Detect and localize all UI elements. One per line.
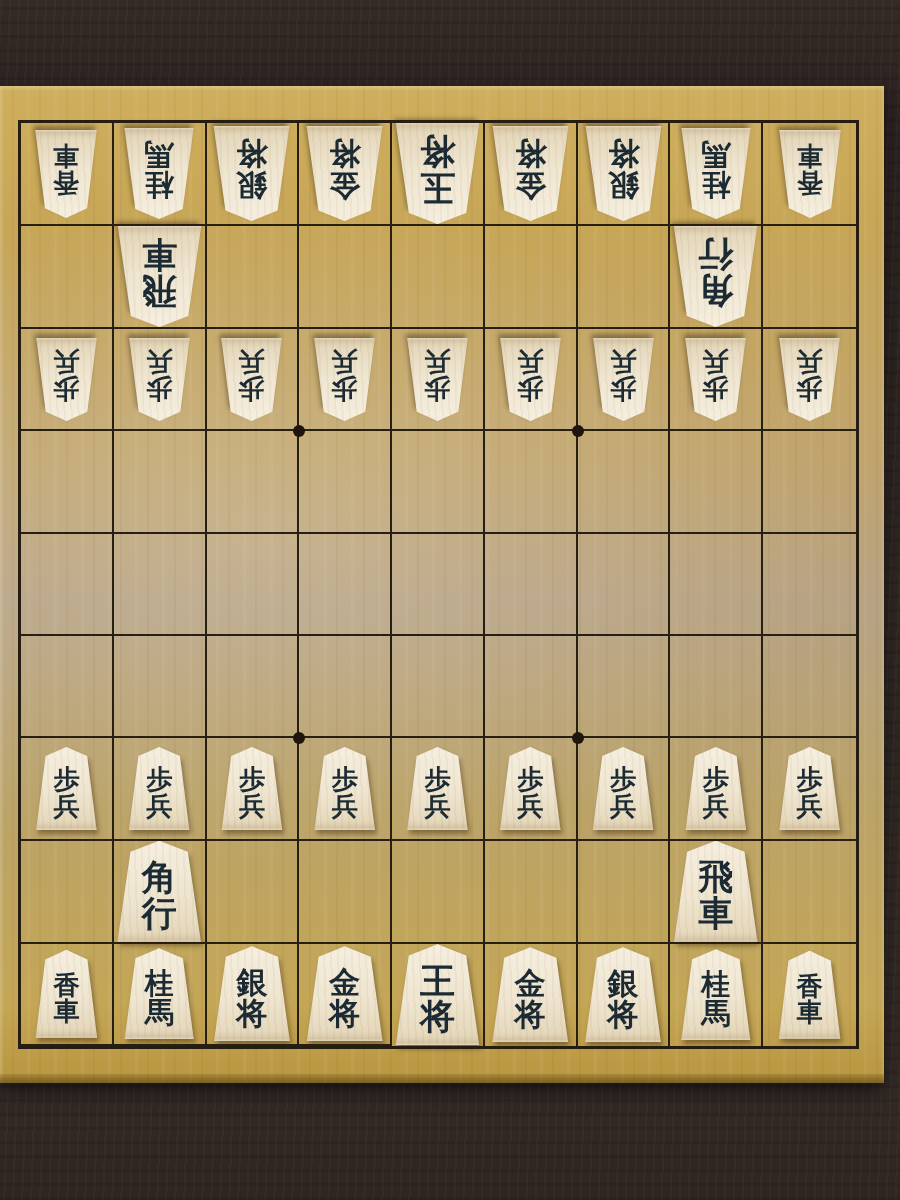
piece-kanji: 歩 — [517, 375, 543, 402]
piece-kanji: 車 — [797, 999, 823, 1026]
piece-sente-pawn[interactable]: 歩兵 — [313, 747, 376, 830]
piece-body: 歩兵 — [592, 338, 655, 421]
piece-kanji: 馬 — [701, 999, 730, 1029]
piece-kanji: 玉 — [420, 169, 455, 205]
piece-sente-silver[interactable]: 銀将 — [584, 947, 663, 1042]
piece-kanji: 金 — [515, 169, 546, 201]
piece-body: 銀将 — [212, 126, 291, 221]
piece-body: 歩兵 — [128, 338, 191, 421]
cell-9-8[interactable] — [21, 841, 114, 944]
cell-5-2[interactable] — [392, 226, 485, 329]
piece-kanji: 車 — [53, 998, 79, 1025]
star-point — [572, 425, 584, 437]
piece-kanji: 桂 — [701, 169, 730, 199]
cell-8-7[interactable]: 歩兵 — [114, 738, 207, 840]
piece-kanji: 兵 — [797, 348, 823, 375]
piece-kanji: 歩 — [610, 766, 636, 793]
piece-kanji: 馬 — [145, 139, 174, 169]
cell-2-2[interactable]: 角行 — [670, 226, 763, 329]
cell-2-9[interactable]: 桂馬 — [670, 944, 763, 1046]
piece-body: 歩兵 — [313, 747, 376, 830]
piece-body: 香車 — [34, 950, 98, 1038]
piece-body: 歩兵 — [499, 338, 562, 421]
piece-body: 桂馬 — [680, 128, 752, 219]
piece-kanji: 金 — [329, 169, 360, 201]
piece-gote-pawn[interactable]: 歩兵 — [35, 338, 98, 421]
cell-4-6[interactable] — [485, 636, 578, 738]
piece-kanji: 兵 — [239, 348, 265, 375]
piece-body: 銀将 — [584, 126, 663, 221]
piece-kanji: 角 — [142, 860, 177, 896]
piece-kanji: 歩 — [797, 766, 823, 793]
piece-body: 桂馬 — [680, 949, 752, 1040]
cell-5-8[interactable] — [392, 841, 485, 944]
piece-body: 銀将 — [212, 946, 291, 1041]
piece-kanji: 歩 — [517, 766, 543, 793]
piece-kanji: 銀 — [608, 968, 639, 1000]
piece-gote-rook[interactable]: 飛車 — [116, 226, 203, 327]
piece-kanji: 将 — [608, 137, 639, 169]
cell-1-1[interactable]: 香車 — [763, 123, 856, 226]
shogi-board: 香車桂馬銀将金将玉将金将銀将桂馬香車飛車角行歩兵歩兵歩兵歩兵歩兵歩兵歩兵歩兵歩兵… — [0, 86, 884, 1083]
piece-kanji: 歩 — [610, 375, 636, 402]
piece-gote-pawn[interactable]: 歩兵 — [313, 338, 376, 421]
piece-sente-lance[interactable]: 香車 — [778, 951, 842, 1039]
cell-5-1[interactable]: 玉将 — [392, 123, 485, 226]
piece-kanji: 香 — [53, 169, 79, 196]
piece-kanji: 兵 — [332, 793, 358, 820]
piece-gote-pawn[interactable]: 歩兵 — [499, 338, 562, 421]
piece-kanji: 将 — [329, 998, 360, 1030]
piece-sente-knight[interactable]: 桂馬 — [123, 948, 195, 1039]
piece-kanji: 歩 — [53, 375, 79, 402]
cell-6-8[interactable] — [299, 841, 392, 944]
cell-7-9[interactable]: 銀将 — [207, 944, 300, 1046]
cell-7-7[interactable]: 歩兵 — [207, 738, 300, 840]
cell-3-5[interactable] — [578, 534, 671, 636]
piece-kanji: 兵 — [703, 793, 729, 820]
piece-gote-lance[interactable]: 香車 — [778, 130, 842, 218]
cell-8-1[interactable]: 桂馬 — [114, 123, 207, 226]
piece-kanji: 兵 — [424, 348, 450, 375]
piece-body: 歩兵 — [313, 338, 376, 421]
piece-kanji: 歩 — [424, 375, 450, 402]
piece-gote-pawn[interactable]: 歩兵 — [128, 338, 191, 421]
piece-body: 桂馬 — [123, 128, 195, 219]
piece-sente-pawn[interactable]: 歩兵 — [128, 747, 191, 830]
piece-kanji: 兵 — [610, 793, 636, 820]
cell-3-9[interactable]: 銀将 — [578, 944, 671, 1046]
piece-kanji: 兵 — [517, 348, 543, 375]
piece-body: 銀将 — [584, 947, 663, 1042]
piece-sente-bishop[interactable]: 角行 — [116, 841, 203, 942]
piece-body: 歩兵 — [35, 338, 98, 421]
cell-8-8[interactable]: 角行 — [114, 841, 207, 944]
piece-kanji: 車 — [53, 142, 79, 169]
cell-3-1[interactable]: 銀将 — [578, 123, 671, 226]
piece-body: 飛車 — [116, 226, 203, 327]
cell-6-2[interactable] — [299, 226, 392, 329]
piece-kanji: 将 — [515, 999, 546, 1031]
piece-kanji: 兵 — [53, 348, 79, 375]
piece-kanji: 兵 — [797, 793, 823, 820]
cell-2-4[interactable] — [670, 431, 763, 533]
piece-sente-pawn[interactable]: 歩兵 — [406, 747, 469, 830]
piece-kanji: 歩 — [797, 375, 823, 402]
cell-3-6[interactable] — [578, 636, 671, 738]
piece-sente-pawn[interactable]: 歩兵 — [592, 747, 655, 830]
cell-9-1[interactable]: 香車 — [21, 123, 114, 226]
cell-5-6[interactable] — [392, 636, 485, 738]
piece-gote-pawn[interactable]: 歩兵 — [592, 338, 655, 421]
piece-body: 金将 — [491, 126, 570, 221]
cell-9-6[interactable] — [21, 636, 114, 738]
piece-kanji: 兵 — [53, 793, 79, 820]
piece-kanji: 金 — [515, 968, 546, 1000]
cell-7-2[interactable] — [207, 226, 300, 329]
piece-kanji: 香 — [797, 973, 823, 1000]
piece-gote-gold[interactable]: 金将 — [491, 126, 570, 221]
cell-2-5[interactable] — [670, 534, 763, 636]
piece-gote-silver[interactable]: 銀将 — [584, 126, 663, 221]
cell-9-4[interactable] — [21, 431, 114, 533]
piece-kanji: 将 — [420, 999, 455, 1035]
piece-kanji: 飛 — [142, 272, 177, 308]
piece-kanji: 歩 — [703, 375, 729, 402]
piece-kanji: 歩 — [239, 766, 265, 793]
cell-3-3[interactable]: 歩兵 — [578, 329, 671, 431]
piece-gote-pawn[interactable]: 歩兵 — [778, 338, 841, 421]
piece-gote-king[interactable]: 玉将 — [394, 123, 481, 224]
cell-1-8[interactable] — [763, 841, 856, 944]
piece-body: 金将 — [491, 947, 570, 1042]
cell-8-5[interactable] — [114, 534, 207, 636]
piece-gote-pawn[interactable]: 歩兵 — [220, 338, 283, 421]
piece-kanji: 金 — [329, 967, 360, 999]
piece-sente-knight[interactable]: 桂馬 — [680, 949, 752, 1040]
piece-kanji: 行 — [698, 236, 733, 272]
piece-kanji: 兵 — [517, 793, 543, 820]
cell-7-6[interactable] — [207, 636, 300, 738]
cell-3-2[interactable] — [578, 226, 671, 329]
cell-6-9[interactable]: 金将 — [299, 944, 392, 1046]
cell-2-1[interactable]: 桂馬 — [670, 123, 763, 226]
piece-kanji: 銀 — [608, 169, 639, 201]
piece-body: 玉将 — [394, 123, 481, 224]
cell-1-2[interactable] — [763, 226, 856, 329]
piece-kanji: 兵 — [332, 348, 358, 375]
cell-6-1[interactable]: 金将 — [299, 123, 392, 226]
cell-4-4[interactable] — [485, 431, 578, 533]
piece-gote-lance[interactable]: 香車 — [34, 130, 98, 218]
piece-body: 歩兵 — [406, 747, 469, 830]
cell-2-8[interactable]: 飛車 — [670, 841, 763, 944]
piece-body: 香車 — [778, 951, 842, 1039]
piece-body: 香車 — [34, 130, 98, 218]
piece-body: 桂馬 — [123, 948, 195, 1039]
cell-9-9[interactable]: 香車 — [21, 944, 114, 1046]
piece-kanji: 兵 — [146, 793, 172, 820]
piece-kanji: 馬 — [145, 998, 174, 1028]
piece-sente-lance[interactable]: 香車 — [34, 950, 98, 1038]
cell-2-6[interactable] — [670, 636, 763, 738]
piece-sente-pawn[interactable]: 歩兵 — [778, 747, 841, 830]
piece-kanji: 歩 — [332, 766, 358, 793]
piece-gote-pawn[interactable]: 歩兵 — [684, 338, 747, 421]
piece-sente-gold[interactable]: 金将 — [491, 947, 570, 1042]
piece-body: 歩兵 — [684, 747, 747, 830]
cell-9-3[interactable]: 歩兵 — [21, 329, 114, 431]
piece-body: 金将 — [305, 946, 384, 1041]
piece-body: 歩兵 — [35, 747, 98, 830]
cell-1-9[interactable]: 香車 — [763, 944, 856, 1046]
piece-body: 歩兵 — [128, 747, 191, 830]
piece-kanji: 兵 — [424, 793, 450, 820]
piece-kanji: 桂 — [701, 970, 730, 1000]
piece-sente-pawn[interactable]: 歩兵 — [499, 747, 562, 830]
board-grid: 香車桂馬銀将金将玉将金将銀将桂馬香車飛車角行歩兵歩兵歩兵歩兵歩兵歩兵歩兵歩兵歩兵… — [18, 120, 859, 1049]
piece-kanji: 桂 — [145, 169, 174, 199]
piece-gote-silver[interactable]: 銀将 — [212, 126, 291, 221]
cell-4-3[interactable]: 歩兵 — [485, 329, 578, 431]
piece-kanji: 行 — [142, 896, 177, 932]
piece-kanji: 馬 — [701, 139, 730, 169]
piece-sente-king[interactable]: 王将 — [394, 944, 481, 1045]
piece-kanji: 香 — [797, 169, 823, 196]
cell-7-5[interactable] — [207, 534, 300, 636]
cell-4-7[interactable]: 歩兵 — [485, 738, 578, 840]
piece-kanji: 車 — [797, 142, 823, 169]
piece-kanji: 香 — [53, 972, 79, 999]
tabletop-scene: 香車桂馬銀将金将玉将金将銀将桂馬香車飛車角行歩兵歩兵歩兵歩兵歩兵歩兵歩兵歩兵歩兵… — [0, 0, 900, 1200]
piece-kanji: 車 — [142, 236, 177, 272]
piece-body: 香車 — [778, 130, 842, 218]
cell-7-4[interactable] — [207, 431, 300, 533]
piece-body: 歩兵 — [220, 338, 283, 421]
star-point — [293, 425, 305, 437]
cell-4-9[interactable]: 金将 — [485, 944, 578, 1046]
piece-kanji: 歩 — [703, 766, 729, 793]
piece-body: 飛車 — [672, 841, 759, 942]
piece-kanji: 王 — [420, 964, 455, 1000]
piece-gote-knight[interactable]: 桂馬 — [680, 128, 752, 219]
cell-1-7[interactable]: 歩兵 — [763, 738, 856, 840]
cell-8-9[interactable]: 桂馬 — [114, 944, 207, 1046]
piece-body: 角行 — [672, 226, 759, 327]
cell-8-2[interactable]: 飛車 — [114, 226, 207, 329]
cell-8-3[interactable]: 歩兵 — [114, 329, 207, 431]
cell-1-3[interactable]: 歩兵 — [763, 329, 856, 431]
piece-kanji: 歩 — [332, 375, 358, 402]
piece-kanji: 歩 — [146, 375, 172, 402]
cell-7-8[interactable] — [207, 841, 300, 944]
piece-body: 金将 — [305, 126, 384, 221]
cell-1-6[interactable] — [763, 636, 856, 738]
piece-sente-pawn[interactable]: 歩兵 — [220, 747, 283, 830]
piece-gote-gold[interactable]: 金将 — [305, 126, 384, 221]
piece-kanji: 将 — [329, 137, 360, 169]
piece-sente-rook[interactable]: 飛車 — [672, 841, 759, 942]
star-point — [572, 732, 584, 744]
piece-kanji: 将 — [236, 998, 267, 1030]
piece-gote-bishop[interactable]: 角行 — [672, 226, 759, 327]
cell-5-3[interactable]: 歩兵 — [392, 329, 485, 431]
cell-9-2[interactable] — [21, 226, 114, 329]
piece-sente-silver[interactable]: 銀将 — [212, 946, 291, 1041]
cell-1-4[interactable] — [763, 431, 856, 533]
piece-kanji: 将 — [420, 133, 455, 169]
cell-8-4[interactable] — [114, 431, 207, 533]
piece-sente-pawn[interactable]: 歩兵 — [684, 747, 747, 830]
piece-kanji: 桂 — [145, 969, 174, 999]
piece-kanji: 歩 — [239, 375, 265, 402]
cell-6-7[interactable]: 歩兵 — [299, 738, 392, 840]
cell-8-6[interactable] — [114, 636, 207, 738]
piece-kanji: 将 — [515, 137, 546, 169]
piece-gote-knight[interactable]: 桂馬 — [123, 128, 195, 219]
cell-3-7[interactable]: 歩兵 — [578, 738, 671, 840]
piece-body: 歩兵 — [499, 747, 562, 830]
piece-body: 王将 — [394, 944, 481, 1045]
cell-7-3[interactable]: 歩兵 — [207, 329, 300, 431]
piece-kanji: 銀 — [236, 967, 267, 999]
piece-gote-pawn[interactable]: 歩兵 — [406, 338, 469, 421]
star-point — [293, 732, 305, 744]
piece-kanji: 兵 — [610, 348, 636, 375]
piece-sente-gold[interactable]: 金将 — [305, 946, 384, 1041]
cell-6-3[interactable]: 歩兵 — [299, 329, 392, 431]
cell-6-4[interactable] — [299, 431, 392, 533]
cell-4-5[interactable] — [485, 534, 578, 636]
cell-2-3[interactable]: 歩兵 — [670, 329, 763, 431]
piece-body: 歩兵 — [592, 747, 655, 830]
cell-6-5[interactable] — [299, 534, 392, 636]
piece-kanji: 飛 — [698, 860, 733, 896]
cell-1-5[interactable] — [763, 534, 856, 636]
piece-body: 歩兵 — [684, 338, 747, 421]
cell-3-8[interactable] — [578, 841, 671, 944]
piece-body: 歩兵 — [220, 747, 283, 830]
piece-kanji: 車 — [698, 896, 733, 932]
piece-sente-pawn[interactable]: 歩兵 — [35, 747, 98, 830]
cell-4-1[interactable]: 金将 — [485, 123, 578, 226]
piece-kanji: 歩 — [146, 766, 172, 793]
piece-kanji: 歩 — [424, 766, 450, 793]
cell-5-9[interactable]: 王将 — [392, 944, 485, 1046]
piece-kanji: 将 — [236, 137, 267, 169]
cell-4-8[interactable] — [485, 841, 578, 944]
piece-kanji: 角 — [698, 272, 733, 308]
cell-5-4[interactable] — [392, 431, 485, 533]
piece-kanji: 銀 — [236, 169, 267, 201]
cell-2-7[interactable]: 歩兵 — [670, 738, 763, 840]
cell-9-5[interactable] — [21, 534, 114, 636]
cell-3-4[interactable] — [578, 431, 671, 533]
cell-7-1[interactable]: 銀将 — [207, 123, 300, 226]
piece-kanji: 歩 — [53, 766, 79, 793]
piece-body: 角行 — [116, 841, 203, 942]
piece-kanji: 将 — [608, 999, 639, 1031]
cell-5-7[interactable]: 歩兵 — [392, 738, 485, 840]
piece-kanji: 兵 — [703, 348, 729, 375]
cell-4-2[interactable] — [485, 226, 578, 329]
piece-kanji: 兵 — [146, 348, 172, 375]
piece-body: 歩兵 — [406, 338, 469, 421]
cell-9-7[interactable]: 歩兵 — [21, 738, 114, 840]
piece-kanji: 兵 — [239, 793, 265, 820]
cell-6-6[interactable] — [299, 636, 392, 738]
piece-body: 歩兵 — [778, 338, 841, 421]
piece-body: 歩兵 — [778, 747, 841, 830]
cell-5-5[interactable] — [392, 534, 485, 636]
